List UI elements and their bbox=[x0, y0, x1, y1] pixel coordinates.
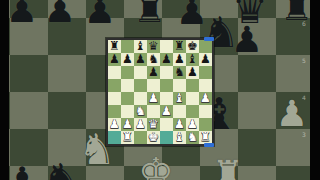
background-white-king-piece: ♚ bbox=[138, 152, 174, 180]
background-black-pawn-piece: ♟ bbox=[44, 0, 76, 28]
square-a6[interactable] bbox=[108, 66, 121, 79]
background-black-pawn-piece: ♟ bbox=[84, 0, 116, 29]
background-black-rook-piece: ♜ bbox=[280, 0, 314, 26]
square-e5[interactable] bbox=[160, 79, 173, 92]
background-white-rook-piece: ♜ bbox=[212, 156, 244, 180]
white-rook-piece[interactable]: ♜ bbox=[122, 131, 133, 144]
video-frame: ♟♟♟♜♟♛♜♞♟♝♟♞♟♞♚♜6543 ♜♝♛♜♚♟♟♟♞♟♟♝♟♟♞♟♟♝♟… bbox=[0, 0, 320, 180]
square-c1[interactable] bbox=[134, 131, 147, 144]
square-b6[interactable] bbox=[121, 66, 134, 79]
square-e6[interactable] bbox=[160, 66, 173, 79]
background-rank-coordinate: 6 bbox=[302, 20, 306, 27]
black-pawn-piece[interactable]: ♟ bbox=[122, 53, 133, 66]
white-pawn-piece[interactable]: ♟ bbox=[161, 105, 172, 118]
white-knight-piece[interactable]: ♞ bbox=[187, 131, 198, 144]
square-c5[interactable] bbox=[134, 79, 147, 92]
square-g6[interactable]: ♟ bbox=[186, 66, 199, 79]
white-pawn-piece[interactable]: ♟ bbox=[135, 118, 146, 131]
black-pawn-piece[interactable]: ♟ bbox=[161, 53, 172, 66]
square-h7[interactable]: ♟ bbox=[199, 53, 212, 66]
white-pawn-piece[interactable]: ♟ bbox=[148, 92, 159, 105]
square-b4[interactable] bbox=[121, 92, 134, 105]
square-h3[interactable] bbox=[199, 105, 212, 118]
square-c2[interactable]: ♟ bbox=[134, 118, 147, 131]
square-b7[interactable]: ♟ bbox=[121, 53, 134, 66]
square-g1[interactable]: ♞ bbox=[186, 131, 199, 144]
square-g5[interactable] bbox=[186, 79, 199, 92]
board-corner-badge-top bbox=[204, 37, 214, 41]
background-square bbox=[10, 55, 48, 92]
square-e3[interactable]: ♟ bbox=[160, 105, 173, 118]
black-knight-piece[interactable]: ♞ bbox=[174, 66, 185, 79]
square-e1[interactable] bbox=[160, 131, 173, 144]
left-letterbox-bar bbox=[0, 0, 9, 180]
square-d6[interactable]: ♟ bbox=[147, 66, 160, 79]
background-square bbox=[276, 166, 314, 180]
square-f4[interactable]: ♝ bbox=[173, 92, 186, 105]
square-h4[interactable]: ♟ bbox=[199, 92, 212, 105]
square-h6[interactable] bbox=[199, 66, 212, 79]
background-rank-coordinate: 4 bbox=[302, 94, 306, 101]
square-a1[interactable] bbox=[108, 131, 121, 144]
square-b1[interactable]: ♜ bbox=[121, 131, 134, 144]
background-square bbox=[10, 92, 48, 129]
background-square bbox=[276, 55, 314, 92]
square-d4[interactable]: ♟ bbox=[147, 92, 160, 105]
white-bishop-piece[interactable]: ♝ bbox=[174, 131, 185, 144]
square-f6[interactable]: ♞ bbox=[173, 66, 186, 79]
background-black-knight-piece: ♞ bbox=[40, 157, 83, 180]
square-c6[interactable] bbox=[134, 66, 147, 79]
background-black-rook-piece: ♜ bbox=[133, 0, 167, 28]
white-king-piece[interactable]: ♚ bbox=[148, 131, 159, 144]
square-e2[interactable] bbox=[160, 118, 173, 131]
background-white-pawn-piece: ♟ bbox=[276, 96, 308, 132]
right-letterbox-bar bbox=[310, 0, 320, 180]
white-pawn-piece[interactable]: ♟ bbox=[200, 92, 211, 105]
square-b5[interactable] bbox=[121, 79, 134, 92]
square-f1[interactable]: ♝ bbox=[173, 131, 186, 144]
board-corner-badge-bottom bbox=[204, 143, 214, 147]
black-pawn-piece[interactable]: ♟ bbox=[148, 66, 159, 79]
square-a2[interactable]: ♟ bbox=[108, 118, 121, 131]
square-a5[interactable] bbox=[108, 79, 121, 92]
square-d1[interactable]: ♚ bbox=[147, 131, 160, 144]
background-square bbox=[276, 129, 314, 166]
background-black-pawn-piece: ♟ bbox=[231, 22, 263, 58]
black-pawn-piece[interactable]: ♟ bbox=[109, 53, 120, 66]
square-a4[interactable] bbox=[108, 92, 121, 105]
white-bishop-piece[interactable]: ♝ bbox=[174, 92, 185, 105]
square-g4[interactable] bbox=[186, 92, 199, 105]
background-black-pawn-piece: ♟ bbox=[5, 162, 39, 180]
black-pawn-piece[interactable]: ♟ bbox=[135, 53, 146, 66]
background-black-pawn-piece: ♟ bbox=[6, 0, 38, 28]
background-square bbox=[238, 92, 276, 129]
background-square bbox=[48, 55, 86, 92]
square-c7[interactable]: ♟ bbox=[134, 53, 147, 66]
background-rank-coordinate: 3 bbox=[302, 131, 306, 138]
background-square bbox=[48, 92, 86, 129]
black-pawn-piece[interactable]: ♟ bbox=[187, 66, 198, 79]
background-rank-coordinate: 5 bbox=[302, 57, 306, 64]
square-a7[interactable]: ♟ bbox=[108, 53, 121, 66]
background-square bbox=[238, 55, 276, 92]
white-pawn-piece[interactable]: ♟ bbox=[109, 118, 120, 131]
black-pawn-piece[interactable]: ♟ bbox=[200, 53, 211, 66]
square-e7[interactable]: ♟ bbox=[160, 53, 173, 66]
chess-board[interactable]: ♜♝♛♜♚♟♟♟♞♟♟♝♟♟♞♟♟♝♟♞♟♟♟♟♛♟♟♜♚♝♞♜ bbox=[108, 40, 212, 144]
